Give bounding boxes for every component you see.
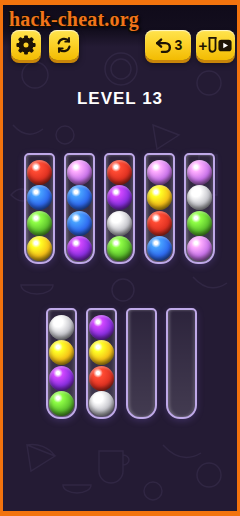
ball-blue — [27, 185, 52, 210]
plus-label: + — [199, 38, 208, 53]
tube-row-bottom — [46, 308, 197, 419]
ball-silver — [107, 211, 132, 236]
level-title: LEVEL 13 — [3, 89, 237, 109]
ball-orchid — [67, 160, 92, 185]
ball-red — [27, 160, 52, 185]
tube-5[interactable] — [184, 153, 215, 264]
tube-7[interactable] — [86, 308, 117, 419]
tube-8[interactable] — [126, 308, 157, 419]
undo-button[interactable]: 3 — [145, 30, 191, 60]
restart-cycle-icon — [54, 35, 74, 55]
ball-silver — [49, 315, 74, 340]
ball-blue — [147, 236, 172, 261]
ball-green — [27, 211, 52, 236]
ball-orchid — [147, 160, 172, 185]
game-screen: hack-cheat.org — [0, 0, 240, 516]
watermark-text: hack-cheat.org — [9, 8, 139, 31]
ball-green — [49, 391, 74, 416]
tube-2[interactable] — [64, 153, 95, 264]
ball-yellow — [49, 340, 74, 365]
tube-row-top — [24, 153, 215, 264]
tube-9[interactable] — [166, 308, 197, 419]
ball-green — [107, 236, 132, 261]
undo-arrow-icon — [154, 36, 173, 55]
tube-6[interactable] — [46, 308, 77, 419]
settings-button[interactable] — [11, 30, 41, 60]
ball-orchid — [187, 236, 212, 261]
ball-orchid — [187, 160, 212, 185]
ball-blue — [67, 185, 92, 210]
ball-silver — [89, 391, 114, 416]
ball-silver — [187, 185, 212, 210]
ball-purple — [49, 366, 74, 391]
undo-count: 3 — [175, 37, 183, 53]
ball-yellow — [27, 236, 52, 261]
ball-blue — [67, 211, 92, 236]
add-tube-button[interactable]: + — [196, 30, 235, 60]
tube-1[interactable] — [24, 153, 55, 264]
restart-button[interactable] — [49, 30, 79, 60]
tube-icon — [208, 36, 217, 54]
tube-3[interactable] — [104, 153, 135, 264]
ball-red — [147, 211, 172, 236]
gear-icon — [16, 35, 36, 55]
ball-purple — [89, 315, 114, 340]
ball-yellow — [147, 185, 172, 210]
tube-4[interactable] — [144, 153, 175, 264]
ball-purple — [107, 185, 132, 210]
ball-red — [107, 160, 132, 185]
ball-green — [187, 211, 212, 236]
ball-yellow — [89, 340, 114, 365]
ball-red — [89, 366, 114, 391]
ball-purple — [67, 236, 92, 261]
ad-play-icon — [218, 39, 232, 52]
